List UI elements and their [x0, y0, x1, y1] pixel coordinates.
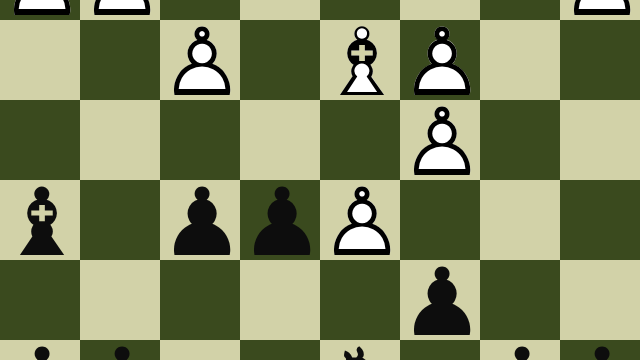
square-a2[interactable]: ♟♙ [560, 0, 640, 20]
piece-outline-glyph: ♙ [320, 183, 404, 263]
square-b5[interactable] [480, 180, 560, 260]
black-pawn[interactable]: ♟ [160, 183, 240, 263]
chessboard: ♟♙♟♙♟♙♟♙♝♗♟♙♟♙♝♟♟♟♙♟♟♟♞♟♟ [0, 0, 640, 360]
piece-glyph: ♞ [320, 343, 404, 360]
square-a4[interactable] [560, 100, 640, 180]
square-f5[interactable]: ♟ [160, 180, 240, 260]
black-pawn[interactable]: ♟ [0, 343, 80, 360]
square-f3[interactable]: ♟♙ [160, 20, 240, 100]
square-g3[interactable] [80, 20, 160, 100]
square-a5[interactable] [560, 180, 640, 260]
square-h3[interactable] [0, 20, 80, 100]
video-frame: ♟♙♟♙♟♙♟♙♝♗♟♙♟♙♝♟♟♟♙♟♟♟♞♟♟ [0, 0, 640, 360]
square-e5[interactable]: ♟ [240, 180, 320, 260]
piece-glyph: ♟ [400, 263, 484, 343]
white-pawn[interactable]: ♟♙ [400, 103, 480, 183]
black-pawn[interactable]: ♟ [80, 343, 160, 360]
square-c7[interactable] [400, 340, 480, 360]
square-g2[interactable]: ♟♙ [80, 0, 160, 20]
black-knight[interactable]: ♞ [320, 343, 400, 360]
piece-glyph: ♟ [480, 343, 564, 360]
square-c4[interactable]: ♟♙ [400, 100, 480, 180]
square-c6[interactable]: ♟ [400, 260, 480, 340]
square-a3[interactable] [560, 20, 640, 100]
black-pawn[interactable]: ♟ [240, 183, 320, 263]
square-f7[interactable] [160, 340, 240, 360]
white-bishop[interactable]: ♝♗ [320, 23, 400, 103]
piece-glyph: ♟ [240, 183, 324, 263]
square-h2[interactable]: ♟♙ [0, 0, 80, 20]
black-pawn[interactable]: ♟ [560, 343, 640, 360]
square-b3[interactable] [480, 20, 560, 100]
piece-outline-glyph: ♗ [320, 23, 404, 103]
square-b7[interactable]: ♟ [480, 340, 560, 360]
piece-glyph: ♟ [560, 343, 640, 360]
piece-glyph: ♟ [160, 183, 244, 263]
square-g5[interactable] [80, 180, 160, 260]
white-pawn[interactable]: ♟♙ [160, 23, 240, 103]
square-g7[interactable]: ♟ [80, 340, 160, 360]
black-pawn[interactable]: ♟ [480, 343, 560, 360]
square-h5[interactable]: ♝ [0, 180, 80, 260]
piece-glyph: ♟ [80, 343, 164, 360]
square-a7[interactable]: ♟ [560, 340, 640, 360]
square-e3[interactable] [240, 20, 320, 100]
white-pawn[interactable]: ♟♙ [320, 183, 400, 263]
square-d3[interactable]: ♝♗ [320, 20, 400, 100]
square-e6[interactable] [240, 260, 320, 340]
square-d5[interactable]: ♟♙ [320, 180, 400, 260]
square-d7[interactable]: ♞ [320, 340, 400, 360]
square-b2[interactable] [480, 0, 560, 20]
piece-outline-glyph: ♙ [160, 23, 244, 103]
black-pawn[interactable]: ♟ [400, 263, 480, 343]
square-g4[interactable] [80, 100, 160, 180]
piece-glyph: ♝ [0, 183, 84, 263]
square-e7[interactable] [240, 340, 320, 360]
square-f6[interactable] [160, 260, 240, 340]
square-e2[interactable] [240, 0, 320, 20]
piece-outline-glyph: ♙ [400, 103, 484, 183]
square-b4[interactable] [480, 100, 560, 180]
piece-glyph: ♟ [0, 343, 84, 360]
black-bishop[interactable]: ♝ [0, 183, 80, 263]
square-h7[interactable]: ♟ [0, 340, 80, 360]
